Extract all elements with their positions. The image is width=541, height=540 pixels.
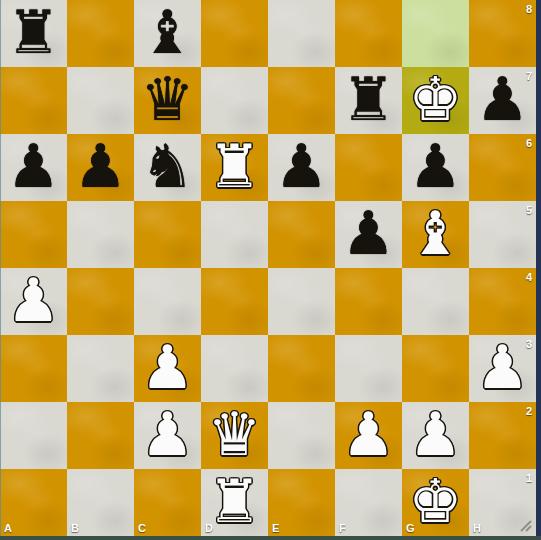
square-a5[interactable] — [0, 201, 67, 268]
square-e5[interactable] — [268, 201, 335, 268]
square-b3[interactable] — [67, 335, 134, 402]
square-g3[interactable] — [402, 335, 469, 402]
square-f5[interactable]: ♟ — [335, 201, 402, 268]
square-g8[interactable] — [402, 0, 469, 67]
square-f1[interactable]: F — [335, 469, 402, 536]
square-g7[interactable]: ♚ — [402, 67, 469, 134]
white-pawn[interactable]: ♟ — [476, 337, 530, 397]
square-e2[interactable] — [268, 402, 335, 469]
black-rook[interactable]: ♜ — [342, 69, 396, 129]
square-d5[interactable] — [201, 201, 268, 268]
black-pawn[interactable]: ♟ — [409, 136, 463, 196]
square-c1[interactable]: C — [134, 469, 201, 536]
rank-label: 1 — [526, 472, 532, 484]
rank-label: 8 — [526, 3, 532, 15]
square-h8[interactable]: 8 — [469, 0, 536, 67]
rank-label: 7 — [526, 70, 532, 82]
rank-label: 6 — [526, 137, 532, 149]
white-rook[interactable]: ♜ — [208, 136, 262, 196]
square-g2[interactable]: ♟ — [402, 402, 469, 469]
square-a1[interactable]: A — [0, 469, 67, 536]
square-c5[interactable] — [134, 201, 201, 268]
black-pawn[interactable]: ♟ — [7, 136, 61, 196]
square-g4[interactable] — [402, 268, 469, 335]
square-c2[interactable]: ♟ — [134, 402, 201, 469]
square-e1[interactable]: E — [268, 469, 335, 536]
square-f2[interactable]: ♟ — [335, 402, 402, 469]
file-label: C — [138, 522, 146, 534]
rank-label: 4 — [526, 271, 532, 283]
square-b5[interactable] — [67, 201, 134, 268]
square-g6[interactable]: ♟ — [402, 134, 469, 201]
square-f3[interactable] — [335, 335, 402, 402]
square-a7[interactable] — [0, 67, 67, 134]
square-d1[interactable]: ♜D — [201, 469, 268, 536]
black-rook[interactable]: ♜ — [7, 2, 61, 62]
file-label: G — [406, 522, 415, 534]
square-e4[interactable] — [268, 268, 335, 335]
square-a4[interactable]: ♟ — [0, 268, 67, 335]
square-c3[interactable]: ♟ — [134, 335, 201, 402]
white-pawn[interactable]: ♟ — [141, 337, 195, 397]
window-background-edge — [0, 0, 1, 536]
file-label: D — [205, 522, 213, 534]
rank-label: 3 — [526, 338, 532, 350]
white-pawn[interactable]: ♟ — [409, 404, 463, 464]
square-b1[interactable]: B — [67, 469, 134, 536]
square-b7[interactable] — [67, 67, 134, 134]
square-a2[interactable] — [0, 402, 67, 469]
square-e7[interactable] — [268, 67, 335, 134]
window-background-edge — [0, 536, 541, 540]
white-bishop[interactable]: ♝ — [409, 203, 463, 263]
white-queen[interactable]: ♛ — [208, 404, 262, 464]
square-e8[interactable] — [268, 0, 335, 67]
square-b4[interactable] — [67, 268, 134, 335]
square-f8[interactable] — [335, 0, 402, 67]
file-label: B — [71, 522, 79, 534]
square-g1[interactable]: ♚G — [402, 469, 469, 536]
black-knight[interactable]: ♞ — [141, 136, 195, 196]
rank-label: 5 — [526, 204, 532, 216]
square-c4[interactable] — [134, 268, 201, 335]
square-c6[interactable]: ♞ — [134, 134, 201, 201]
white-pawn[interactable]: ♟ — [342, 404, 396, 464]
square-b2[interactable] — [67, 402, 134, 469]
square-f4[interactable] — [335, 268, 402, 335]
square-b8[interactable] — [67, 0, 134, 67]
square-d4[interactable] — [201, 268, 268, 335]
square-h4[interactable]: 4 — [469, 268, 536, 335]
file-label: E — [272, 522, 279, 534]
white-king[interactable]: ♚ — [409, 471, 463, 531]
square-f7[interactable]: ♜ — [335, 67, 402, 134]
square-c8[interactable]: ♝ — [134, 0, 201, 67]
black-pawn[interactable]: ♟ — [342, 203, 396, 263]
file-label: F — [339, 522, 346, 534]
square-d7[interactable] — [201, 67, 268, 134]
square-a6[interactable]: ♟ — [0, 134, 67, 201]
black-bishop[interactable]: ♝ — [141, 2, 195, 62]
square-d2[interactable]: ♛ — [201, 402, 268, 469]
square-h5[interactable]: 5 — [469, 201, 536, 268]
file-label: H — [473, 522, 481, 534]
square-h3[interactable]: ♟3 — [469, 335, 536, 402]
square-d3[interactable] — [201, 335, 268, 402]
rank-label: 2 — [526, 405, 532, 417]
square-e3[interactable] — [268, 335, 335, 402]
black-pawn[interactable]: ♟ — [275, 136, 329, 196]
square-g5[interactable]: ♝ — [402, 201, 469, 268]
square-b6[interactable]: ♟ — [67, 134, 134, 201]
square-d8[interactable] — [201, 0, 268, 67]
black-pawn[interactable]: ♟ — [476, 69, 530, 129]
square-f6[interactable] — [335, 134, 402, 201]
square-e6[interactable]: ♟ — [268, 134, 335, 201]
chess-board: ♜♝8♛♜♚♟7♟♟♞♜♟♟6♟♝5♟4♟♟3♟♛♟♟2ABC♜DEF♚GH1 — [0, 0, 536, 536]
white-rook[interactable]: ♜ — [208, 471, 262, 531]
black-queen[interactable]: ♛ — [141, 69, 195, 129]
square-d6[interactable]: ♜ — [201, 134, 268, 201]
chess-app-window: ♜♝8♛♜♚♟7♟♟♞♜♟♟6♟♝5♟4♟♟3♟♛♟♟2ABC♜DEF♚GH1 — [0, 0, 541, 540]
resize-grip-icon[interactable] — [516, 516, 533, 533]
square-h6[interactable]: 6 — [469, 134, 536, 201]
square-h7[interactable]: ♟7 — [469, 67, 536, 134]
white-pawn[interactable]: ♟ — [141, 404, 195, 464]
square-c7[interactable]: ♛ — [134, 67, 201, 134]
square-a8[interactable]: ♜ — [0, 0, 67, 67]
square-h2[interactable]: 2 — [469, 402, 536, 469]
white-king[interactable]: ♚ — [409, 69, 463, 129]
file-label: A — [4, 522, 12, 534]
white-pawn[interactable]: ♟ — [7, 270, 61, 330]
square-a3[interactable] — [0, 335, 67, 402]
black-pawn[interactable]: ♟ — [74, 136, 128, 196]
